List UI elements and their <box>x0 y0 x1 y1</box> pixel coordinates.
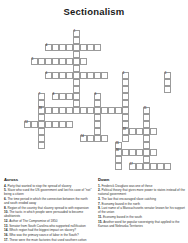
grid-cell[interactable] <box>122 149 129 156</box>
across-header: Across <box>4 177 92 182</box>
grid-cell[interactable] <box>143 142 150 149</box>
grid-cell[interactable] <box>73 51 80 58</box>
grid-cell[interactable] <box>122 86 129 93</box>
grid-cell[interactable] <box>80 107 87 114</box>
grid-cell[interactable] <box>129 163 136 170</box>
grid-cell[interactable] <box>143 107 150 114</box>
grid-cell[interactable] <box>122 79 129 86</box>
grid-cell[interactable] <box>73 58 80 65</box>
grid-cell[interactable] <box>87 135 94 142</box>
grid-cell[interactable] <box>31 121 38 128</box>
grid-cell[interactable] <box>66 107 73 114</box>
grid-cell[interactable] <box>45 107 52 114</box>
grid-cell[interactable] <box>136 163 143 170</box>
grid-cell[interactable] <box>52 107 59 114</box>
clue-item: 4. Party that wanted to stop the spread … <box>4 184 92 188</box>
grid-cell[interactable] <box>52 58 59 65</box>
down-header: Down <box>98 177 186 182</box>
clue-item: 16. Who was the primary source of labor … <box>4 233 92 237</box>
grid-cell[interactable] <box>73 30 80 37</box>
grid-cell[interactable] <box>38 135 45 142</box>
grid-cell[interactable] <box>94 121 101 128</box>
clue-lists: Across 4. Party that wanted to stop the … <box>4 177 186 242</box>
grid-cell[interactable] <box>101 135 108 142</box>
clue-item: 6. The time period in which the connecti… <box>4 197 92 205</box>
grid-cell[interactable] <box>94 44 101 51</box>
grid-cell[interactable] <box>115 107 122 114</box>
clue-item: 7. Economy based in the north <box>98 202 186 206</box>
grid-cell[interactable] <box>136 149 143 156</box>
grid-cell[interactable] <box>150 163 157 170</box>
grid-cell[interactable] <box>164 79 171 86</box>
clue-item: 5. Slave who sued the US government and … <box>4 188 92 196</box>
crossword-grid: 1234567891011121314151617 <box>10 30 179 171</box>
grid-cell[interactable] <box>108 107 115 114</box>
grid-cell[interactable] <box>66 121 73 128</box>
grid-cell[interactable] <box>38 128 45 135</box>
grid-cell[interactable] <box>31 58 38 65</box>
clue-item: 12. Author of The Compromise of 1850 <box>4 219 92 223</box>
page-title: Sectionalism <box>0 6 188 17</box>
grid-cell[interactable] <box>115 142 122 149</box>
grid-cell[interactable] <box>59 72 66 79</box>
grid-cell[interactable] <box>94 128 101 135</box>
grid-cell[interactable] <box>94 93 101 100</box>
grid-cell[interactable] <box>66 58 73 65</box>
grid-cell[interactable] <box>143 135 150 142</box>
across-clues: Across 4. Party that wanted to stop the … <box>4 177 92 242</box>
grid-cell[interactable] <box>66 44 73 51</box>
grid-cell[interactable] <box>66 93 73 100</box>
grid-cell[interactable] <box>38 58 45 65</box>
grid-cell[interactable] <box>73 37 80 44</box>
grid-cell[interactable] <box>129 128 136 135</box>
grid-cell[interactable] <box>143 163 150 170</box>
grid-cell[interactable] <box>73 100 80 107</box>
grid-cell[interactable] <box>143 156 150 163</box>
grid-cell[interactable] <box>122 72 129 79</box>
grid-cell[interactable] <box>45 58 52 65</box>
grid-cell[interactable] <box>94 114 101 121</box>
grid-cell[interactable] <box>87 44 94 51</box>
grid-cell[interactable] <box>122 107 129 114</box>
grid-cell[interactable] <box>122 121 129 128</box>
grid-cell[interactable] <box>115 163 122 170</box>
grid-cell[interactable] <box>59 93 66 100</box>
grid-cell[interactable] <box>38 100 45 107</box>
grid-cell[interactable] <box>129 149 136 156</box>
grid-cell[interactable] <box>59 44 66 51</box>
clue-item: 11. Economy based in the south <box>98 215 186 219</box>
grid-cell[interactable] <box>52 121 59 128</box>
clue-item: 1. Frederick Douglass was one of these <box>98 184 186 188</box>
grid-cell[interactable] <box>94 72 101 79</box>
grid-cell[interactable] <box>80 72 87 79</box>
grid-cell[interactable] <box>143 114 150 121</box>
grid-cell[interactable] <box>73 107 80 114</box>
grid-cell[interactable] <box>87 72 94 79</box>
clue-item: 9. Last name of a Massachusetts senator … <box>98 206 186 214</box>
grid-cell[interactable] <box>73 44 80 51</box>
grid-cell[interactable] <box>38 107 45 114</box>
grid-cell[interactable] <box>73 65 80 72</box>
grid-cell[interactable] <box>143 128 150 135</box>
grid-cell[interactable] <box>38 142 45 149</box>
grid-cell[interactable] <box>38 121 45 128</box>
grid-cell[interactable] <box>115 149 122 156</box>
grid-cell[interactable] <box>73 93 80 100</box>
down-clue-list: 1. Frederick Douglass was one of these2.… <box>98 184 186 228</box>
grid-cell[interactable] <box>80 135 87 142</box>
clue-item: 15. Another word for popular sovereignty… <box>98 220 186 228</box>
grid-cell[interactable] <box>45 121 52 128</box>
grid-cell[interactable] <box>122 93 129 100</box>
clue-item: 10. The tactic in which people were pers… <box>4 210 92 218</box>
grid-cell[interactable] <box>164 163 171 170</box>
grid-cell[interactable] <box>87 107 94 114</box>
grid-cell[interactable] <box>164 86 171 93</box>
grid-cell[interactable] <box>52 93 59 100</box>
clue-item: 3. The law that encouraged slave catchin… <box>98 197 186 201</box>
grid-cell[interactable] <box>143 121 150 128</box>
grid-cell[interactable] <box>101 72 108 79</box>
grid-cell[interactable] <box>52 72 59 79</box>
grid-cell[interactable] <box>24 121 31 128</box>
grid-cell[interactable] <box>73 72 80 79</box>
grid-cell[interactable] <box>80 58 87 65</box>
grid-cell[interactable] <box>101 107 108 114</box>
grid-cell[interactable] <box>115 156 122 163</box>
grid-cell[interactable] <box>59 121 66 128</box>
grid-cell[interactable] <box>122 100 129 107</box>
grid-cell[interactable] <box>52 44 59 51</box>
grid-cell[interactable] <box>59 58 66 65</box>
clue-item: 17. These were the main factories that u… <box>4 238 92 242</box>
grid-cell[interactable] <box>150 149 157 156</box>
grid-cell[interactable] <box>66 72 73 79</box>
grid-cell[interactable] <box>45 44 52 51</box>
grid-cell[interactable] <box>59 107 66 114</box>
grid-cell[interactable] <box>73 79 80 86</box>
grid-cell[interactable] <box>136 128 143 135</box>
clue-item: 13. Senator from South Carolina who supp… <box>4 224 92 228</box>
clue-item: 14. Which region had the biggest impact … <box>4 228 92 232</box>
down-clues: Down 1. Frederick Douglass was one of th… <box>98 177 186 242</box>
grid-cell[interactable] <box>122 135 129 142</box>
grid-cell[interactable] <box>122 114 129 121</box>
clue-item: 2. Political theory that gives more powe… <box>98 188 186 196</box>
grid-cell[interactable] <box>94 107 101 114</box>
grid-cell[interactable] <box>94 135 101 142</box>
grid-cell[interactable] <box>143 149 150 156</box>
grid-cell[interactable] <box>73 86 80 93</box>
grid-cell[interactable] <box>150 128 157 135</box>
grid-cell[interactable] <box>157 163 164 170</box>
grid-cell[interactable] <box>164 72 171 79</box>
grid-cell[interactable] <box>38 114 45 121</box>
clue-item: 8. Region of the country that slavery sp… <box>4 206 92 210</box>
grid-cell[interactable] <box>38 93 45 100</box>
grid-cell[interactable] <box>45 72 52 79</box>
grid-cell[interactable] <box>122 128 129 135</box>
grid-cell[interactable] <box>80 44 87 51</box>
across-clue-list: 4. Party that wanted to stop the spread … <box>4 184 92 242</box>
grid-cell[interactable] <box>94 100 101 107</box>
